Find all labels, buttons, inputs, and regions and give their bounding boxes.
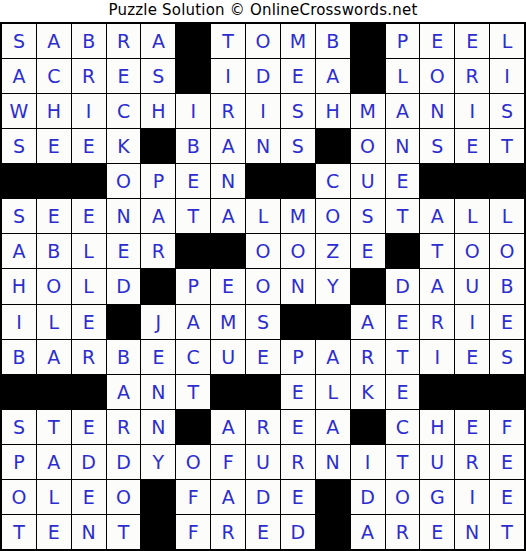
letter-cell: R	[351, 340, 385, 374]
black-cell	[246, 164, 280, 198]
letter-cell: B	[2, 340, 36, 374]
letter-cell: O	[107, 480, 141, 514]
letter-cell: A	[37, 24, 71, 58]
letter-cell: I	[490, 59, 524, 93]
letter-cell: S	[141, 59, 175, 93]
letter-cell: E	[141, 340, 175, 374]
black-cell	[72, 375, 106, 409]
black-cell	[490, 164, 524, 198]
letter-cell: O	[246, 269, 280, 303]
letter-cell: C	[37, 59, 71, 93]
letter-cell: O	[316, 199, 350, 233]
letter-cell: D	[386, 269, 420, 303]
letter-cell: O	[246, 234, 280, 268]
letter-cell: E	[72, 199, 106, 233]
letter-cell: L	[455, 199, 489, 233]
letter-cell: S	[246, 305, 280, 339]
letter-cell: O	[37, 269, 71, 303]
letter-cell: A	[37, 340, 71, 374]
black-cell	[211, 375, 245, 409]
black-cell	[176, 59, 210, 93]
letter-cell: H	[420, 410, 454, 444]
black-cell	[141, 269, 175, 303]
letter-cell: D	[72, 445, 106, 479]
letter-cell: E	[386, 164, 420, 198]
letter-cell: S	[2, 24, 36, 58]
letter-cell: E	[281, 410, 315, 444]
letter-cell: A	[2, 234, 36, 268]
black-cell	[176, 234, 210, 268]
letter-cell: R	[211, 515, 245, 549]
letter-cell: E	[281, 375, 315, 409]
letter-cell: A	[211, 199, 245, 233]
letter-cell: O	[2, 480, 36, 514]
letter-cell: R	[72, 59, 106, 93]
puzzle-solution-page: Puzzle Solution © OnlineCrosswords.net S…	[0, 0, 526, 551]
letter-cell: N	[246, 129, 280, 163]
black-cell	[37, 164, 71, 198]
letter-cell: E	[211, 269, 245, 303]
letter-cell: E	[281, 480, 315, 514]
black-cell	[2, 375, 36, 409]
black-cell	[316, 480, 350, 514]
letter-cell: S	[2, 410, 36, 444]
letter-cell: T	[176, 375, 210, 409]
letter-cell: M	[211, 305, 245, 339]
letter-cell: N	[141, 375, 175, 409]
letter-cell: A	[316, 59, 350, 93]
letter-cell: B	[37, 234, 71, 268]
letter-cell: O	[176, 445, 210, 479]
letter-cell: T	[386, 445, 420, 479]
letter-cell: E	[72, 410, 106, 444]
letter-cell: I	[455, 94, 489, 128]
letter-cell: F	[490, 410, 524, 444]
letter-cell: T	[490, 129, 524, 163]
letter-cell: T	[386, 340, 420, 374]
letter-cell: M	[281, 199, 315, 233]
letter-cell: L	[316, 375, 350, 409]
letter-cell: O	[455, 234, 489, 268]
letter-cell: S	[281, 129, 315, 163]
letter-cell: I	[72, 94, 106, 128]
crossword-grid: SABRATOMBPEELACRESIDEALORIWHICHIRISHMANI…	[0, 22, 526, 551]
black-cell	[141, 480, 175, 514]
letter-cell: E	[386, 305, 420, 339]
letter-cell: Z	[316, 234, 350, 268]
letter-cell: N	[281, 269, 315, 303]
letter-cell: R	[107, 410, 141, 444]
letter-cell: U	[246, 445, 280, 479]
letter-cell: E	[37, 199, 71, 233]
letter-cell: C	[176, 340, 210, 374]
letter-cell: A	[2, 59, 36, 93]
letter-cell: A	[420, 269, 454, 303]
letter-cell: E	[351, 234, 385, 268]
letter-cell: R	[107, 24, 141, 58]
letter-cell: N	[72, 515, 106, 549]
letter-cell: B	[316, 24, 350, 58]
letter-cell: C	[316, 164, 350, 198]
black-cell	[176, 410, 210, 444]
letter-cell: E	[107, 234, 141, 268]
letter-cell: P	[2, 445, 36, 479]
black-cell	[246, 375, 280, 409]
black-cell	[72, 164, 106, 198]
letter-cell: A	[211, 480, 245, 514]
letter-cell: H	[2, 269, 36, 303]
black-cell	[490, 375, 524, 409]
letter-cell: O	[420, 59, 454, 93]
letter-cell: N	[316, 445, 350, 479]
letter-cell: R	[420, 305, 454, 339]
black-cell	[351, 269, 385, 303]
letter-cell: S	[490, 94, 524, 128]
letter-cell: U	[211, 340, 245, 374]
letter-cell: T	[107, 515, 141, 549]
letter-cell: L	[72, 269, 106, 303]
letter-cell: R	[211, 94, 245, 128]
letter-cell: S	[2, 129, 36, 163]
letter-cell: K	[107, 129, 141, 163]
letter-cell: Y	[141, 445, 175, 479]
letter-cell: U	[351, 164, 385, 198]
letter-cell: N	[141, 410, 175, 444]
letter-cell: D	[107, 445, 141, 479]
letter-cell: S	[351, 199, 385, 233]
letter-cell: A	[316, 410, 350, 444]
letter-cell: C	[107, 94, 141, 128]
letter-cell: N	[107, 199, 141, 233]
letter-cell: T	[2, 515, 36, 549]
letter-cell: O	[386, 480, 420, 514]
letter-cell: U	[420, 445, 454, 479]
letter-cell: A	[176, 305, 210, 339]
letter-cell: I	[455, 305, 489, 339]
letter-cell: N	[420, 94, 454, 128]
letter-cell: H	[37, 94, 71, 128]
letter-cell: S	[2, 199, 36, 233]
letter-cell: E	[455, 129, 489, 163]
letter-cell: T	[37, 410, 71, 444]
letter-cell: B	[490, 269, 524, 303]
letter-cell: E	[72, 305, 106, 339]
letter-cell: L	[37, 480, 71, 514]
letter-cell: W	[2, 94, 36, 128]
letter-cell: O	[351, 129, 385, 163]
letter-cell: G	[420, 480, 454, 514]
letter-cell: P	[141, 164, 175, 198]
letter-cell: O	[246, 24, 280, 58]
letter-cell: L	[72, 234, 106, 268]
letter-cell: U	[455, 269, 489, 303]
letter-cell: L	[386, 59, 420, 93]
letter-cell: M	[281, 24, 315, 58]
letter-cell: Y	[316, 269, 350, 303]
letter-cell: O	[281, 234, 315, 268]
letter-cell: I	[420, 340, 454, 374]
letter-cell: E	[420, 515, 454, 549]
letter-cell: R	[281, 445, 315, 479]
letter-cell: E	[246, 340, 280, 374]
black-cell	[316, 305, 350, 339]
black-cell	[351, 59, 385, 93]
black-cell	[455, 375, 489, 409]
letter-cell: I	[455, 480, 489, 514]
letter-cell: E	[490, 480, 524, 514]
letter-cell: A	[107, 375, 141, 409]
letter-cell: K	[351, 375, 385, 409]
letter-cell: A	[316, 340, 350, 374]
black-cell	[316, 515, 350, 549]
letter-cell: E	[107, 59, 141, 93]
letter-cell: R	[72, 340, 106, 374]
black-cell	[37, 375, 71, 409]
letter-cell: E	[455, 24, 489, 58]
letter-cell: T	[386, 199, 420, 233]
letter-cell: L	[490, 24, 524, 58]
letter-cell: A	[211, 410, 245, 444]
letter-cell: E	[455, 410, 489, 444]
letter-cell: E	[386, 375, 420, 409]
letter-cell: P	[176, 269, 210, 303]
letter-cell: J	[141, 305, 175, 339]
black-cell	[455, 164, 489, 198]
letter-cell: F	[211, 445, 245, 479]
letter-cell: H	[141, 94, 175, 128]
letter-cell: A	[211, 129, 245, 163]
letter-cell: D	[281, 515, 315, 549]
letter-cell: L	[37, 305, 71, 339]
letter-cell: E	[37, 129, 71, 163]
letter-cell: I	[246, 94, 280, 128]
letter-cell: S	[281, 94, 315, 128]
letter-cell: R	[455, 445, 489, 479]
letter-cell: A	[386, 94, 420, 128]
letter-cell: I	[351, 445, 385, 479]
letter-cell: E	[37, 515, 71, 549]
letter-cell: I	[2, 305, 36, 339]
letter-cell: B	[107, 340, 141, 374]
letter-cell: I	[176, 94, 210, 128]
letter-cell: D	[351, 480, 385, 514]
letter-cell: F	[176, 480, 210, 514]
black-cell	[281, 305, 315, 339]
letter-cell: O	[107, 164, 141, 198]
letter-cell: T	[176, 199, 210, 233]
letter-cell: R	[246, 410, 280, 444]
black-cell	[107, 305, 141, 339]
letter-cell: L	[490, 199, 524, 233]
letter-cell: P	[386, 24, 420, 58]
letter-cell: S	[490, 340, 524, 374]
letter-cell: R	[386, 515, 420, 549]
black-cell	[141, 129, 175, 163]
letter-cell: N	[455, 515, 489, 549]
black-cell	[420, 375, 454, 409]
black-cell	[351, 410, 385, 444]
black-cell	[281, 164, 315, 198]
letter-cell: B	[72, 24, 106, 58]
letter-cell: A	[351, 515, 385, 549]
page-title: Puzzle Solution © OnlineCrosswords.net	[0, 0, 526, 22]
letter-cell: A	[141, 24, 175, 58]
black-cell	[420, 164, 454, 198]
letter-cell: E	[176, 164, 210, 198]
black-cell	[386, 234, 420, 268]
black-cell	[2, 164, 36, 198]
black-cell	[141, 515, 175, 549]
letter-cell: L	[246, 199, 280, 233]
black-cell	[351, 24, 385, 58]
letter-cell: I	[211, 59, 245, 93]
letter-cell: A	[37, 445, 71, 479]
black-cell	[211, 234, 245, 268]
letter-cell: E	[490, 305, 524, 339]
letter-cell: E	[281, 59, 315, 93]
letter-cell: P	[281, 340, 315, 374]
letter-cell: E	[420, 24, 454, 58]
letter-cell: A	[420, 199, 454, 233]
letter-cell: N	[386, 129, 420, 163]
letter-cell: B	[176, 129, 210, 163]
letter-cell: E	[490, 445, 524, 479]
letter-cell: H	[316, 94, 350, 128]
letter-cell: E	[455, 340, 489, 374]
letter-cell: T	[490, 515, 524, 549]
letter-cell: D	[107, 269, 141, 303]
letter-cell: R	[141, 234, 175, 268]
letter-cell: O	[490, 234, 524, 268]
letter-cell: M	[351, 94, 385, 128]
letter-cell: T	[420, 234, 454, 268]
letter-cell: D	[246, 480, 280, 514]
letter-cell: E	[72, 129, 106, 163]
letter-cell: T	[211, 24, 245, 58]
letter-cell: A	[141, 199, 175, 233]
letter-cell: E	[246, 515, 280, 549]
letter-cell: S	[420, 129, 454, 163]
letter-cell: R	[455, 59, 489, 93]
letter-cell: E	[72, 480, 106, 514]
black-cell	[316, 129, 350, 163]
letter-cell: F	[176, 515, 210, 549]
letter-cell: N	[211, 164, 245, 198]
letter-cell: A	[351, 305, 385, 339]
letter-cell: C	[386, 410, 420, 444]
letter-cell: D	[246, 59, 280, 93]
black-cell	[176, 24, 210, 58]
